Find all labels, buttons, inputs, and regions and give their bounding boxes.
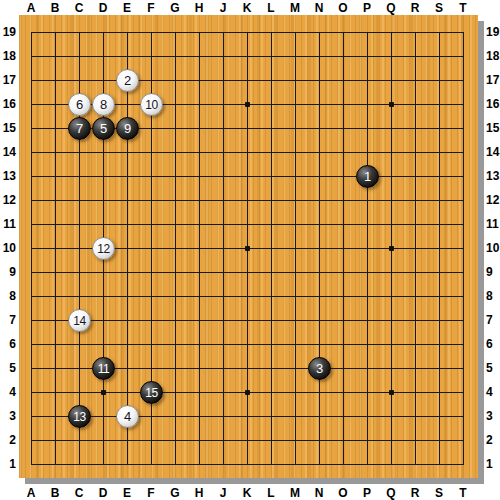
- column-label-top-H: H: [195, 1, 204, 15]
- row-label-left-5: 5: [0, 361, 16, 375]
- grid-line-horizontal: [31, 416, 464, 417]
- move-number: 1: [364, 170, 371, 183]
- row-label-left-6: 6: [0, 337, 16, 351]
- column-label-top-L: L: [267, 1, 274, 15]
- row-label-right-17: 17: [486, 73, 499, 87]
- move-number: 5: [100, 122, 107, 135]
- row-label-left-16: 16: [0, 97, 16, 111]
- stone-white-move-14[interactable]: 14: [68, 309, 91, 332]
- stone-black-move-9[interactable]: 9: [116, 117, 139, 140]
- move-number: 8: [100, 98, 107, 111]
- column-label-bottom-R: R: [411, 486, 420, 500]
- column-label-bottom-A: A: [27, 486, 36, 500]
- column-label-bottom-B: B: [51, 486, 60, 500]
- move-number: 12: [97, 243, 109, 255]
- column-label-top-Q: Q: [386, 1, 395, 15]
- row-label-right-11: 11: [486, 217, 499, 231]
- column-label-top-R: R: [411, 1, 420, 15]
- column-label-bottom-N: N: [315, 486, 324, 500]
- column-label-bottom-D: D: [99, 486, 108, 500]
- column-label-bottom-L: L: [267, 486, 274, 500]
- row-label-left-3: 3: [0, 409, 16, 423]
- column-label-bottom-J: J: [220, 486, 227, 500]
- stone-black-move-7[interactable]: 7: [68, 117, 91, 140]
- grid-line-vertical: [367, 32, 368, 465]
- row-label-right-12: 12: [486, 193, 499, 207]
- star-point-Q4: [389, 390, 394, 395]
- column-label-top-M: M: [290, 1, 300, 15]
- move-number: 9: [124, 122, 131, 135]
- row-label-left-8: 8: [0, 289, 16, 303]
- move-number: 7: [76, 122, 83, 135]
- row-label-left-2: 2: [0, 433, 16, 447]
- move-number: 11: [98, 363, 109, 375]
- column-label-bottom-C: C: [75, 486, 84, 500]
- move-number: 3: [316, 362, 323, 375]
- column-label-top-F: F: [147, 1, 154, 15]
- stone-black-move-1[interactable]: 1: [356, 165, 379, 188]
- grid-line-horizontal: [31, 440, 464, 441]
- row-label-right-9: 9: [486, 265, 493, 279]
- stone-white-move-4[interactable]: 4: [116, 405, 139, 428]
- row-label-left-18: 18: [0, 49, 16, 63]
- row-label-right-18: 18: [486, 49, 499, 63]
- column-label-top-J: J: [220, 1, 227, 15]
- move-number: 13: [73, 411, 85, 423]
- stone-white-move-12[interactable]: 12: [92, 237, 115, 260]
- row-label-left-11: 11: [0, 217, 16, 231]
- column-label-bottom-K: K: [243, 486, 252, 500]
- grid-line-vertical: [343, 32, 344, 465]
- star-point-K4: [245, 390, 250, 395]
- row-label-right-6: 6: [486, 337, 493, 351]
- row-label-right-1: 1: [486, 457, 493, 471]
- row-label-right-8: 8: [486, 289, 493, 303]
- grid-line-horizontal: [31, 344, 464, 345]
- column-label-bottom-S: S: [435, 486, 443, 500]
- move-number: 10: [145, 99, 157, 111]
- go-board[interactable]: 123456789101112131415: [19, 15, 478, 478]
- row-label-left-9: 9: [0, 265, 16, 279]
- column-label-top-P: P: [363, 1, 371, 15]
- row-label-left-12: 12: [0, 193, 16, 207]
- column-label-bottom-P: P: [363, 486, 371, 500]
- row-label-right-15: 15: [486, 121, 499, 135]
- column-label-bottom-Q: Q: [386, 486, 395, 500]
- column-label-bottom-G: G: [170, 486, 179, 500]
- column-label-top-S: S: [435, 1, 443, 15]
- column-label-bottom-O: O: [338, 486, 347, 500]
- row-label-right-5: 5: [486, 361, 493, 375]
- column-label-bottom-H: H: [195, 486, 204, 500]
- grid-line-horizontal: [31, 464, 464, 465]
- column-label-top-B: B: [51, 1, 60, 15]
- stone-black-move-11[interactable]: 11: [92, 357, 115, 380]
- stone-white-move-2[interactable]: 2: [116, 69, 139, 92]
- column-label-top-K: K: [243, 1, 252, 15]
- star-point-D4: [101, 390, 106, 395]
- row-label-right-14: 14: [486, 145, 499, 159]
- row-label-left-17: 17: [0, 73, 16, 87]
- column-label-top-T: T: [459, 1, 466, 15]
- row-label-left-13: 13: [0, 169, 16, 183]
- row-label-right-19: 19: [486, 25, 499, 39]
- column-label-top-N: N: [315, 1, 324, 15]
- row-label-right-13: 13: [486, 169, 499, 183]
- move-number: 4: [124, 410, 131, 423]
- move-number: 6: [76, 98, 83, 111]
- star-point-K16: [245, 102, 250, 107]
- star-point-K10: [245, 246, 250, 251]
- column-label-top-D: D: [99, 1, 108, 15]
- column-label-bottom-E: E: [123, 486, 131, 500]
- column-label-top-A: A: [27, 1, 36, 15]
- row-label-left-14: 14: [0, 145, 16, 159]
- stone-white-move-10[interactable]: 10: [140, 93, 163, 116]
- stone-black-move-13[interactable]: 13: [68, 405, 91, 428]
- move-number: 15: [145, 387, 157, 399]
- grid-line-vertical: [415, 32, 416, 465]
- row-label-left-4: 4: [0, 385, 16, 399]
- stone-black-move-3[interactable]: 3: [308, 357, 331, 380]
- row-label-right-2: 2: [486, 433, 493, 447]
- column-label-top-G: G: [170, 1, 179, 15]
- row-label-right-4: 4: [486, 385, 493, 399]
- row-label-left-1: 1: [0, 457, 16, 471]
- move-number: 2: [124, 74, 131, 87]
- grid-line-horizontal: [31, 320, 464, 321]
- grid-line-horizontal: [31, 272, 464, 273]
- column-label-top-O: O: [338, 1, 347, 15]
- row-label-left-10: 10: [0, 241, 16, 255]
- grid-line-vertical: [319, 32, 320, 465]
- stone-black-move-5[interactable]: 5: [92, 117, 115, 140]
- grid-line-vertical: [295, 32, 296, 465]
- column-label-bottom-F: F: [147, 486, 154, 500]
- row-label-right-10: 10: [486, 241, 499, 255]
- star-point-Q10: [389, 246, 394, 251]
- grid-line-horizontal: [31, 296, 464, 297]
- grid-line-vertical: [439, 32, 440, 465]
- row-label-left-7: 7: [0, 313, 16, 327]
- row-label-left-15: 15: [0, 121, 16, 135]
- stone-white-move-6[interactable]: 6: [68, 93, 91, 116]
- row-label-right-16: 16: [486, 97, 499, 111]
- stone-black-move-15[interactable]: 15: [140, 381, 163, 404]
- column-label-top-E: E: [123, 1, 131, 15]
- go-board-diagram: ABCDEFGHJKLMNOPQRST ABCDEFGHJKLMNOPQRST …: [0, 0, 500, 500]
- grid-line-vertical: [271, 32, 272, 465]
- move-number: 14: [73, 315, 85, 327]
- column-label-bottom-M: M: [290, 486, 300, 500]
- row-label-right-7: 7: [486, 313, 493, 327]
- row-label-right-3: 3: [486, 409, 493, 423]
- stone-white-move-8[interactable]: 8: [92, 93, 115, 116]
- row-label-left-19: 19: [0, 25, 16, 39]
- grid-line-vertical: [463, 32, 464, 465]
- column-label-bottom-T: T: [459, 486, 466, 500]
- column-label-top-C: C: [75, 1, 84, 15]
- star-point-Q16: [389, 102, 394, 107]
